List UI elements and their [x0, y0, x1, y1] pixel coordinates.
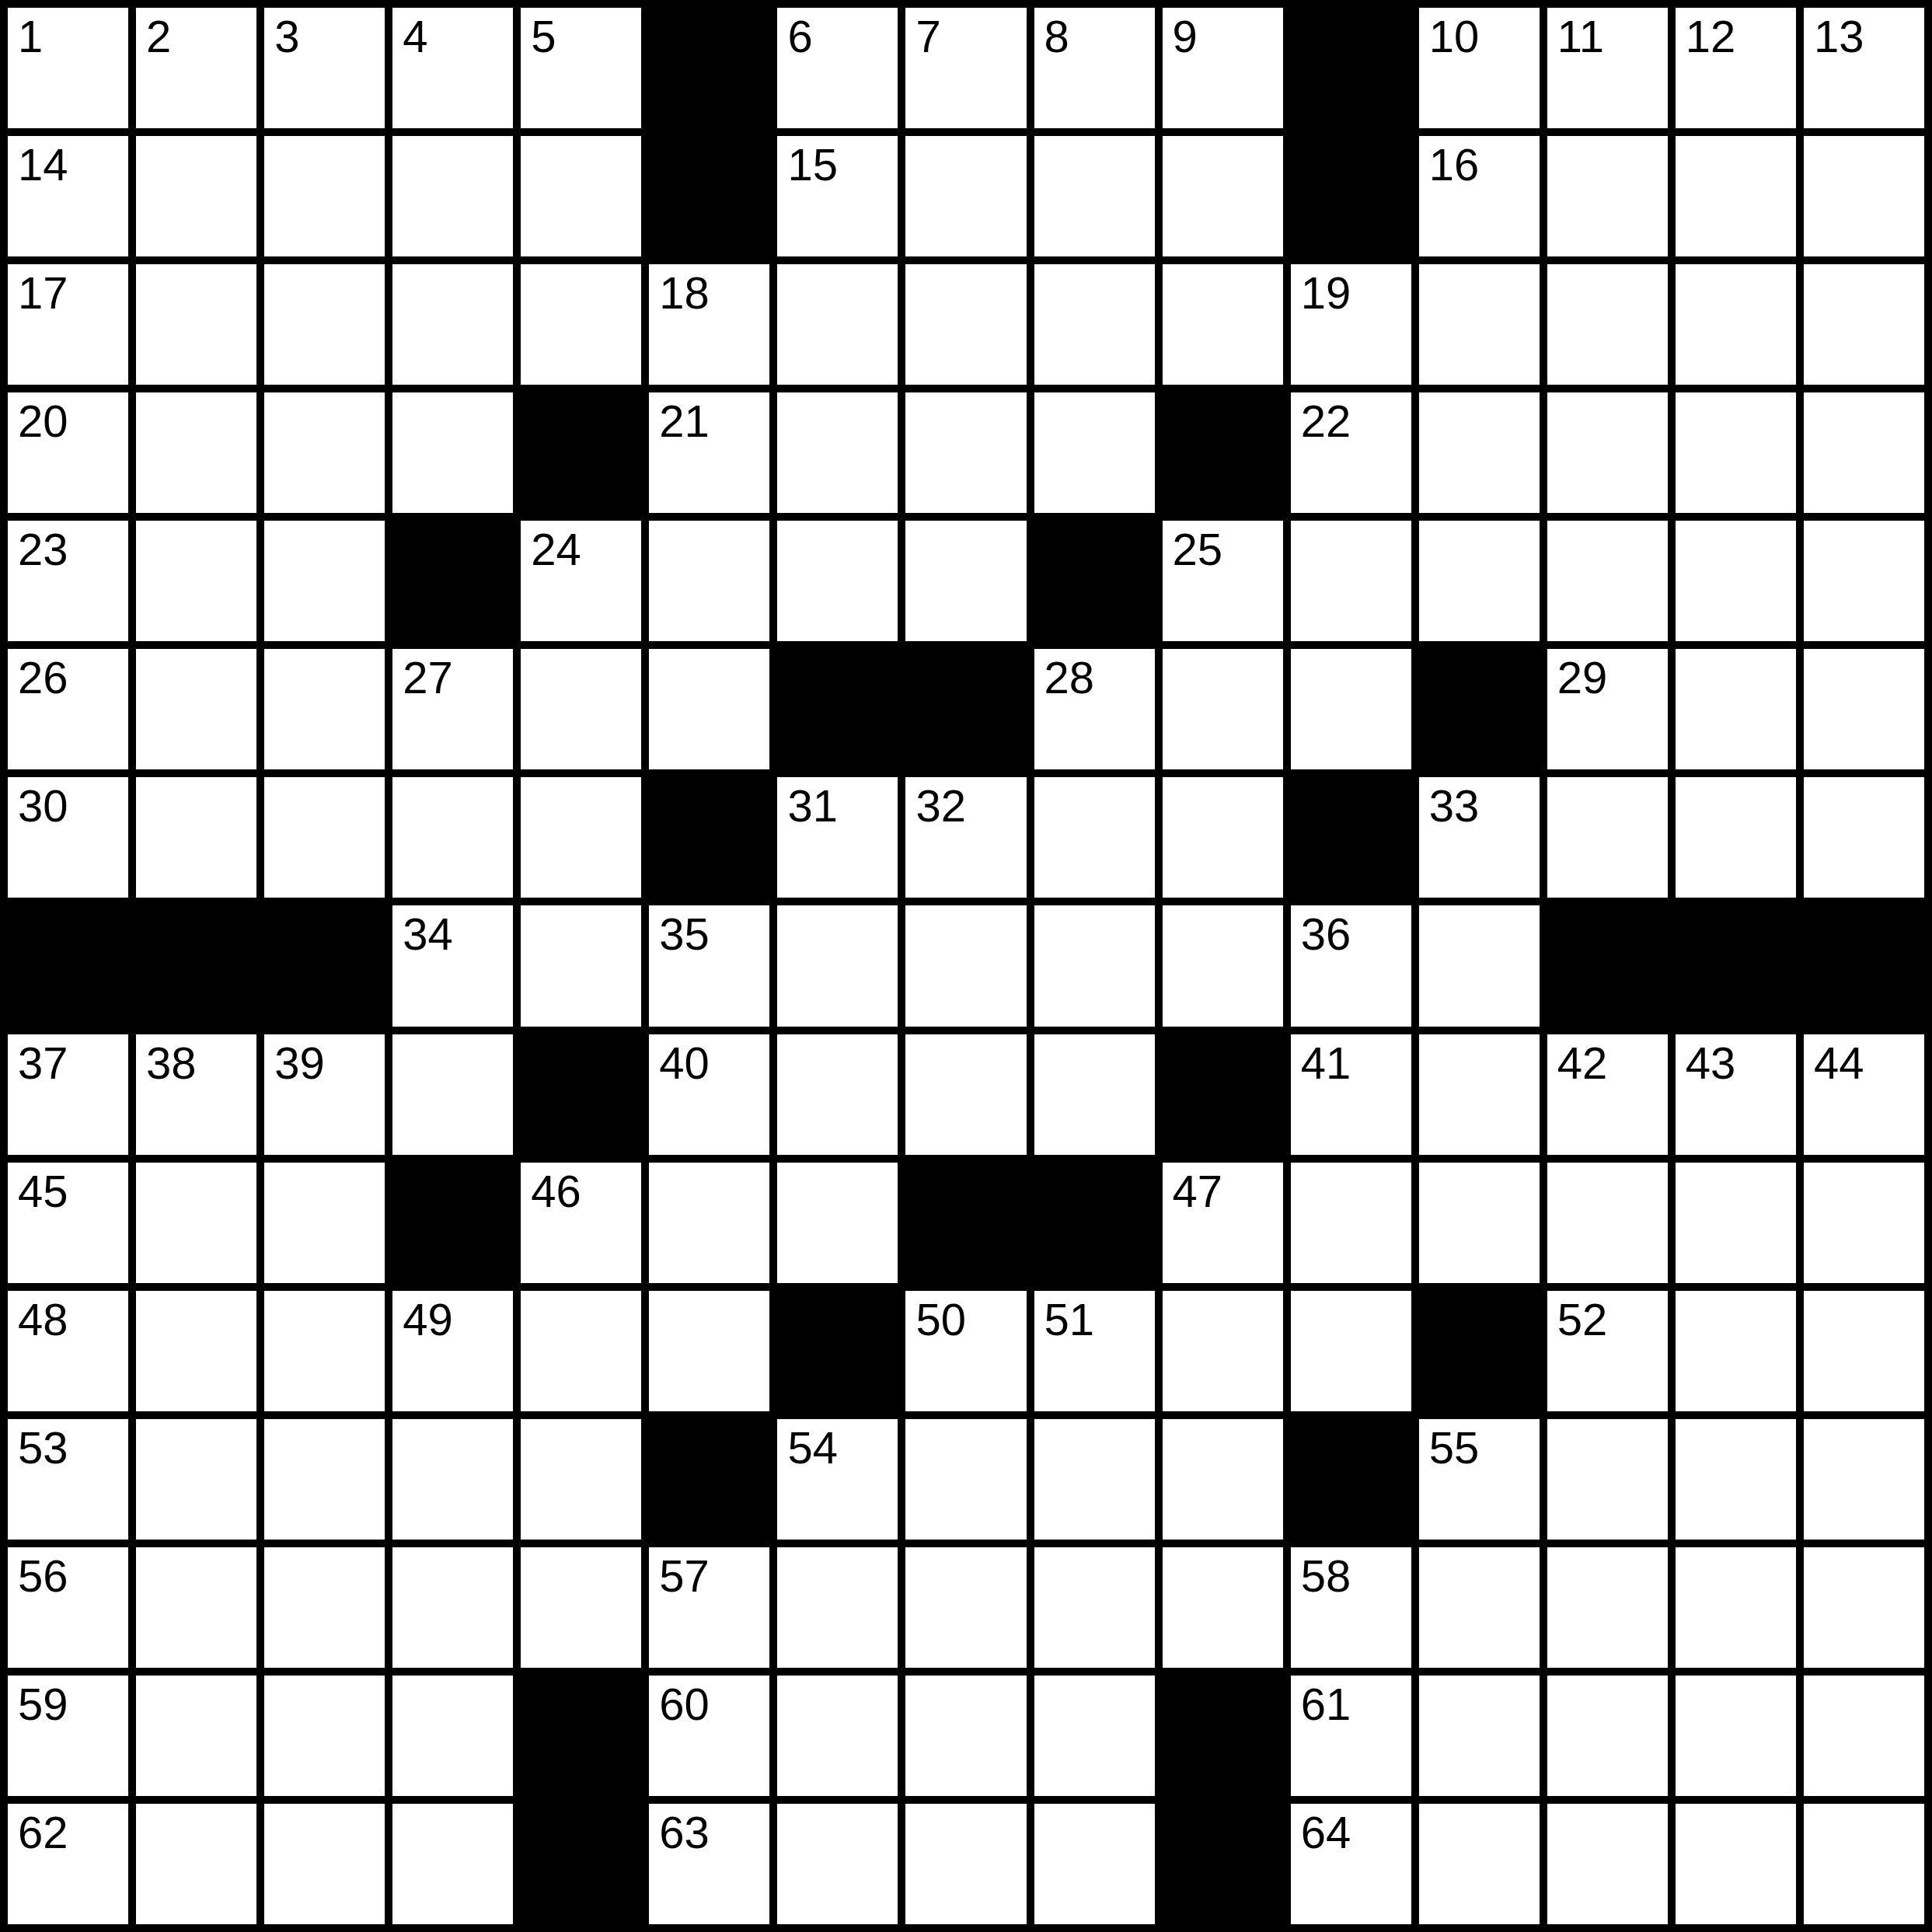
- clue-number-9: 9: [1173, 14, 1198, 59]
- cell-r8c10[interactable]: 41: [1291, 1034, 1411, 1155]
- clue-number-40: 40: [659, 1041, 710, 1086]
- black-square-r1c10: [1291, 136, 1411, 256]
- cell-r6c11[interactable]: 33: [1419, 777, 1540, 898]
- cell-r10c5[interactable]: [649, 1291, 769, 1411]
- clue-number-60: 60: [659, 1682, 710, 1727]
- cell-r13c7[interactable]: [905, 1676, 1026, 1796]
- clue-number-46: 46: [531, 1169, 581, 1214]
- cell-r14c6[interactable]: [777, 1804, 898, 1924]
- clue-number-8: 8: [1044, 14, 1069, 59]
- cell-r8c11[interactable]: [1419, 1034, 1540, 1155]
- cell-r5c4[interactable]: [521, 649, 641, 769]
- black-square-r5c7: [905, 649, 1026, 769]
- cell-r10c12[interactable]: 52: [1547, 1291, 1668, 1411]
- cell-r8c6[interactable]: [777, 1034, 898, 1155]
- cell-r1c11[interactable]: 16: [1419, 136, 1540, 256]
- clue-number-50: 50: [915, 1297, 966, 1342]
- cell-r5c2[interactable]: [264, 649, 385, 769]
- cell-r6c0[interactable]: 30: [8, 777, 128, 898]
- clue-number-31: 31: [787, 783, 838, 828]
- cell-r12c6[interactable]: [777, 1547, 898, 1668]
- cell-r2c10[interactable]: 19: [1291, 264, 1411, 385]
- black-square-r3c9: [1163, 392, 1283, 513]
- cell-r2c11[interactable]: [1419, 264, 1540, 385]
- cell-r5c10[interactable]: [1291, 649, 1411, 769]
- cell-r5c14[interactable]: [1804, 649, 1924, 769]
- cell-r11c13[interactable]: [1676, 1419, 1796, 1540]
- cell-r14c8[interactable]: [1034, 1804, 1155, 1924]
- cell-r0c6[interactable]: 6: [777, 8, 898, 128]
- cell-r7c10[interactable]: 36: [1291, 905, 1411, 1026]
- black-square-r7c0: [8, 905, 128, 1026]
- clue-number-30: 30: [18, 783, 68, 828]
- cell-r4c10[interactable]: [1291, 521, 1411, 641]
- black-square-r8c4: [521, 1034, 641, 1155]
- cell-r4c14[interactable]: [1804, 521, 1924, 641]
- cell-r5c3[interactable]: 27: [392, 649, 513, 769]
- black-square-r0c5: [649, 8, 769, 128]
- clue-number-11: 11: [1557, 14, 1604, 59]
- black-square-r7c13: [1676, 905, 1796, 1026]
- clue-number-44: 44: [1814, 1041, 1864, 1086]
- cell-r13c1[interactable]: [136, 1676, 256, 1796]
- cell-r2c1[interactable]: [136, 264, 256, 385]
- cell-r6c4[interactable]: [521, 777, 641, 898]
- clue-number-7: 7: [915, 14, 940, 59]
- cell-r9c0[interactable]: 45: [8, 1163, 128, 1283]
- cell-r1c13[interactable]: [1676, 136, 1796, 256]
- black-square-r11c10: [1291, 1419, 1411, 1540]
- clue-number-12: 12: [1686, 14, 1736, 59]
- cell-r11c6[interactable]: 54: [777, 1419, 898, 1540]
- clue-number-3: 3: [274, 14, 299, 59]
- cell-r10c7[interactable]: 50: [905, 1291, 1026, 1411]
- cell-r13c14[interactable]: [1804, 1676, 1924, 1796]
- cell-r3c11[interactable]: [1419, 392, 1540, 513]
- cell-r11c1[interactable]: [136, 1419, 256, 1540]
- cell-r11c2[interactable]: [264, 1419, 385, 1540]
- cell-r11c0[interactable]: 53: [8, 1419, 128, 1540]
- clue-number-1: 1: [18, 14, 43, 59]
- cell-r12c10[interactable]: 58: [1291, 1547, 1411, 1668]
- cell-r9c1[interactable]: [136, 1163, 256, 1283]
- cell-r14c5[interactable]: 63: [649, 1804, 769, 1924]
- clue-number-25: 25: [1173, 527, 1223, 572]
- black-square-r8c9: [1163, 1034, 1283, 1155]
- cell-r6c9[interactable]: [1163, 777, 1283, 898]
- clue-number-61: 61: [1301, 1682, 1351, 1727]
- cell-r13c5[interactable]: 60: [649, 1676, 769, 1796]
- cell-r14c7[interactable]: [905, 1804, 1026, 1924]
- black-square-r10c11: [1419, 1291, 1540, 1411]
- clue-number-4: 4: [403, 14, 427, 59]
- black-square-r13c9: [1163, 1676, 1283, 1796]
- clue-number-43: 43: [1686, 1041, 1736, 1086]
- black-square-r9c8: [1034, 1163, 1155, 1283]
- black-square-r14c4: [521, 1804, 641, 1924]
- clue-number-63: 63: [659, 1810, 710, 1855]
- cell-r12c1[interactable]: [136, 1547, 256, 1668]
- clue-number-2: 2: [146, 14, 171, 59]
- cell-r13c2[interactable]: [264, 1676, 385, 1796]
- black-square-r14c9: [1163, 1804, 1283, 1924]
- clue-number-22: 22: [1301, 399, 1351, 444]
- clue-number-62: 62: [18, 1810, 68, 1855]
- cell-r10c4[interactable]: [521, 1291, 641, 1411]
- cell-r12c5[interactable]: 57: [649, 1547, 769, 1668]
- cell-r0c11[interactable]: 10: [1419, 8, 1540, 128]
- cell-r5c13[interactable]: [1676, 649, 1796, 769]
- cell-r11c9[interactable]: [1163, 1419, 1283, 1540]
- cell-r10c3[interactable]: 49: [392, 1291, 513, 1411]
- cell-r2c0[interactable]: 17: [8, 264, 128, 385]
- clue-number-32: 32: [915, 783, 966, 828]
- clue-number-51: 51: [1044, 1297, 1095, 1342]
- clue-number-10: 10: [1429, 14, 1480, 59]
- cell-r13c3[interactable]: [392, 1676, 513, 1796]
- cell-r14c3[interactable]: [392, 1804, 513, 1924]
- clue-number-20: 20: [18, 399, 68, 444]
- cell-r11c3[interactable]: [392, 1419, 513, 1540]
- clue-number-34: 34: [403, 912, 453, 957]
- clue-number-18: 18: [659, 270, 710, 316]
- cell-r2c7[interactable]: [905, 264, 1026, 385]
- cell-r4c4[interactable]: 24: [521, 521, 641, 641]
- cell-r1c9[interactable]: [1163, 136, 1283, 256]
- cell-r5c12[interactable]: 29: [1547, 649, 1668, 769]
- clue-number-41: 41: [1301, 1041, 1351, 1086]
- cell-r4c6[interactable]: [777, 521, 898, 641]
- cell-r6c8[interactable]: [1034, 777, 1155, 898]
- black-square-r5c11: [1419, 649, 1540, 769]
- cell-r3c5[interactable]: 21: [649, 392, 769, 513]
- cell-r7c5[interactable]: 35: [649, 905, 769, 1026]
- clue-number-49: 49: [403, 1297, 453, 1342]
- cell-r8c7[interactable]: [905, 1034, 1026, 1155]
- clue-number-33: 33: [1429, 783, 1480, 828]
- cell-r4c7[interactable]: [905, 521, 1026, 641]
- cell-r8c2[interactable]: 39: [264, 1034, 385, 1155]
- cell-r4c5[interactable]: [649, 521, 769, 641]
- clue-number-57: 57: [659, 1554, 710, 1599]
- black-square-r9c3: [392, 1163, 513, 1283]
- cell-r9c9[interactable]: 47: [1163, 1163, 1283, 1283]
- cell-r0c4[interactable]: 5: [521, 8, 641, 128]
- cell-r12c7[interactable]: [905, 1547, 1026, 1668]
- cell-r1c14[interactable]: [1804, 136, 1924, 256]
- cell-r9c2[interactable]: [264, 1163, 385, 1283]
- cell-r14c1[interactable]: [136, 1804, 256, 1924]
- clue-number-59: 59: [18, 1682, 68, 1727]
- cell-r12c0[interactable]: 56: [8, 1547, 128, 1668]
- clue-number-13: 13: [1814, 14, 1864, 59]
- cell-r1c1[interactable]: [136, 136, 256, 256]
- cell-r12c12[interactable]: [1547, 1547, 1668, 1668]
- clue-number-56: 56: [18, 1554, 68, 1599]
- cell-r4c12[interactable]: [1547, 521, 1668, 641]
- cell-r13c10[interactable]: 61: [1291, 1676, 1411, 1796]
- cell-r14c12[interactable]: [1547, 1804, 1668, 1924]
- cell-r13c8[interactable]: [1034, 1676, 1155, 1796]
- black-square-r7c2: [264, 905, 385, 1026]
- clue-number-14: 14: [18, 142, 68, 187]
- cell-r5c1[interactable]: [136, 649, 256, 769]
- cell-r10c13[interactable]: [1676, 1291, 1796, 1411]
- cell-r2c3[interactable]: [392, 264, 513, 385]
- clue-number-21: 21: [659, 399, 710, 444]
- cell-r3c12[interactable]: [1547, 392, 1668, 513]
- cell-r8c13[interactable]: 43: [1676, 1034, 1796, 1155]
- cell-r7c6[interactable]: [777, 905, 898, 1026]
- cell-r3c10[interactable]: 22: [1291, 392, 1411, 513]
- cell-r2c8[interactable]: [1034, 264, 1155, 385]
- cell-r9c11[interactable]: [1419, 1163, 1540, 1283]
- cell-r11c7[interactable]: [905, 1419, 1026, 1540]
- black-square-r7c14: [1804, 905, 1924, 1026]
- cell-r7c3[interactable]: 34: [392, 905, 513, 1026]
- cell-r3c7[interactable]: [905, 392, 1026, 513]
- cell-r11c11[interactable]: 55: [1419, 1419, 1540, 1540]
- cell-r6c14[interactable]: [1804, 777, 1924, 898]
- cell-r2c12[interactable]: [1547, 264, 1668, 385]
- cell-r12c4[interactable]: [521, 1547, 641, 1668]
- cell-r4c13[interactable]: [1676, 521, 1796, 641]
- cell-r8c1[interactable]: 38: [136, 1034, 256, 1155]
- cell-r12c13[interactable]: [1676, 1547, 1796, 1668]
- cell-r0c9[interactable]: 9: [1163, 8, 1283, 128]
- cell-r6c7[interactable]: 32: [905, 777, 1026, 898]
- cell-r0c13[interactable]: 12: [1676, 8, 1796, 128]
- cell-r6c13[interactable]: [1676, 777, 1796, 898]
- cell-r13c0[interactable]: 59: [8, 1676, 128, 1796]
- cell-r12c3[interactable]: [392, 1547, 513, 1668]
- cell-r2c6[interactable]: [777, 264, 898, 385]
- black-square-r11c5: [649, 1419, 769, 1540]
- cell-r9c14[interactable]: [1804, 1163, 1924, 1283]
- cell-r7c4[interactable]: [521, 905, 641, 1026]
- cell-r0c0[interactable]: 1: [8, 8, 128, 128]
- cell-r12c8[interactable]: [1034, 1547, 1155, 1668]
- cell-r12c14[interactable]: [1804, 1547, 1924, 1668]
- cell-r0c7[interactable]: 7: [905, 8, 1026, 128]
- cell-r10c0[interactable]: 48: [8, 1291, 128, 1411]
- cell-r1c4[interactable]: [521, 136, 641, 256]
- clue-number-39: 39: [274, 1041, 325, 1086]
- cell-r7c8[interactable]: [1034, 905, 1155, 1026]
- cell-r1c7[interactable]: [905, 136, 1026, 256]
- black-square-r5c6: [777, 649, 898, 769]
- cell-r5c8[interactable]: 28: [1034, 649, 1155, 769]
- cell-r1c6[interactable]: 15: [777, 136, 898, 256]
- black-square-r7c12: [1547, 905, 1668, 1026]
- cell-r8c8[interactable]: [1034, 1034, 1155, 1155]
- cell-r14c11[interactable]: [1419, 1804, 1540, 1924]
- clue-number-29: 29: [1557, 655, 1608, 700]
- cell-r6c1[interactable]: [136, 777, 256, 898]
- clue-number-15: 15: [787, 142, 838, 187]
- clue-number-37: 37: [18, 1041, 68, 1086]
- cell-r10c10[interactable]: [1291, 1291, 1411, 1411]
- clue-number-54: 54: [787, 1425, 838, 1470]
- cell-r6c2[interactable]: [264, 777, 385, 898]
- clue-number-53: 53: [18, 1425, 68, 1470]
- black-square-r7c1: [136, 905, 256, 1026]
- clue-number-47: 47: [1173, 1169, 1223, 1214]
- cell-r2c4[interactable]: [521, 264, 641, 385]
- cell-r2c13[interactable]: [1676, 264, 1796, 385]
- cell-r14c0[interactable]: 62: [8, 1804, 128, 1924]
- black-square-r10c6: [777, 1291, 898, 1411]
- black-square-r4c3: [392, 521, 513, 641]
- clue-number-52: 52: [1557, 1297, 1608, 1342]
- cell-r9c4[interactable]: 46: [521, 1163, 641, 1283]
- cell-r10c2[interactable]: [264, 1291, 385, 1411]
- cell-r3c2[interactable]: [264, 392, 385, 513]
- cell-r7c11[interactable]: [1419, 905, 1540, 1026]
- black-square-r13c4: [521, 1676, 641, 1796]
- crossword-grid: 1234567891011121314151617181920212223242…: [0, 0, 1932, 1932]
- cell-r3c13[interactable]: [1676, 392, 1796, 513]
- cell-r6c12[interactable]: [1547, 777, 1668, 898]
- cell-r11c12[interactable]: [1547, 1419, 1668, 1540]
- cell-r12c11[interactable]: [1419, 1547, 1540, 1668]
- black-square-r1c5: [649, 136, 769, 256]
- cell-r9c13[interactable]: [1676, 1163, 1796, 1283]
- cell-r6c3[interactable]: [392, 777, 513, 898]
- cell-r2c5[interactable]: 18: [649, 264, 769, 385]
- cell-r4c2[interactable]: [264, 521, 385, 641]
- clue-number-58: 58: [1301, 1554, 1351, 1599]
- cell-r7c9[interactable]: [1163, 905, 1283, 1026]
- cell-r2c9[interactable]: [1163, 264, 1283, 385]
- black-square-r6c10: [1291, 777, 1411, 898]
- cell-r4c1[interactable]: [136, 521, 256, 641]
- cell-r1c0[interactable]: 14: [8, 136, 128, 256]
- cell-r5c0[interactable]: 26: [8, 649, 128, 769]
- cell-r6c6[interactable]: 31: [777, 777, 898, 898]
- cell-r5c9[interactable]: [1163, 649, 1283, 769]
- cell-r8c5[interactable]: 40: [649, 1034, 769, 1155]
- clue-number-55: 55: [1429, 1425, 1480, 1470]
- cell-r3c6[interactable]: [777, 392, 898, 513]
- clue-number-26: 26: [18, 655, 68, 700]
- cell-r11c4[interactable]: [521, 1419, 641, 1540]
- cell-r2c2[interactable]: [264, 264, 385, 385]
- cell-r4c9[interactable]: 25: [1163, 521, 1283, 641]
- clue-number-19: 19: [1301, 270, 1351, 316]
- cell-r8c0[interactable]: 37: [8, 1034, 128, 1155]
- clue-number-6: 6: [787, 14, 812, 59]
- clue-number-16: 16: [1429, 142, 1480, 187]
- black-square-r0c10: [1291, 8, 1411, 128]
- clue-number-42: 42: [1557, 1041, 1608, 1086]
- cell-r3c1[interactable]: [136, 392, 256, 513]
- clue-number-27: 27: [403, 655, 453, 700]
- cell-r14c13[interactable]: [1676, 1804, 1796, 1924]
- cell-r11c14[interactable]: [1804, 1419, 1924, 1540]
- black-square-r4c8: [1034, 521, 1155, 641]
- cell-r1c12[interactable]: [1547, 136, 1668, 256]
- clue-number-23: 23: [18, 527, 68, 572]
- cell-r13c13[interactable]: [1676, 1676, 1796, 1796]
- cell-r0c14[interactable]: 13: [1804, 8, 1924, 128]
- cell-r4c11[interactable]: [1419, 521, 1540, 641]
- black-square-r9c7: [905, 1163, 1026, 1283]
- cell-r10c8[interactable]: 51: [1034, 1291, 1155, 1411]
- clue-number-45: 45: [18, 1169, 68, 1214]
- cell-r3c0[interactable]: 20: [8, 392, 128, 513]
- cell-r3c14[interactable]: [1804, 392, 1924, 513]
- cell-r13c6[interactable]: [777, 1676, 898, 1796]
- clue-number-24: 24: [531, 527, 581, 572]
- clue-number-38: 38: [146, 1041, 197, 1086]
- cell-r10c1[interactable]: [136, 1291, 256, 1411]
- cell-r14c10[interactable]: 64: [1291, 1804, 1411, 1924]
- clue-number-48: 48: [18, 1297, 68, 1342]
- cell-r9c12[interactable]: [1547, 1163, 1668, 1283]
- cell-r9c6[interactable]: [777, 1163, 898, 1283]
- cell-r14c14[interactable]: [1804, 1804, 1924, 1924]
- cell-r0c3[interactable]: 4: [392, 8, 513, 128]
- clue-number-64: 64: [1301, 1810, 1351, 1855]
- cell-r1c3[interactable]: [392, 136, 513, 256]
- cell-r14c2[interactable]: [264, 1804, 385, 1924]
- cell-r3c3[interactable]: [392, 392, 513, 513]
- cell-r0c12[interactable]: 11: [1547, 8, 1668, 128]
- cell-r0c2[interactable]: 3: [264, 8, 385, 128]
- clue-number-35: 35: [659, 912, 710, 957]
- cell-r0c1[interactable]: 2: [136, 8, 256, 128]
- cell-r9c5[interactable]: [649, 1163, 769, 1283]
- cell-r2c14[interactable]: [1804, 264, 1924, 385]
- cell-r0c8[interactable]: 8: [1034, 8, 1155, 128]
- cell-r11c8[interactable]: [1034, 1419, 1155, 1540]
- cell-r3c8[interactable]: [1034, 392, 1155, 513]
- cell-r1c8[interactable]: [1034, 136, 1155, 256]
- clue-number-5: 5: [531, 14, 556, 59]
- cell-r1c2[interactable]: [264, 136, 385, 256]
- cell-r8c12[interactable]: 42: [1547, 1034, 1668, 1155]
- cell-r8c14[interactable]: 44: [1804, 1034, 1924, 1155]
- clue-number-28: 28: [1044, 655, 1095, 700]
- cell-r4c0[interactable]: 23: [8, 521, 128, 641]
- cell-r12c9[interactable]: [1163, 1547, 1283, 1668]
- cell-r10c9[interactable]: [1163, 1291, 1283, 1411]
- black-square-r6c5: [649, 777, 769, 898]
- clue-number-36: 36: [1301, 912, 1351, 957]
- black-square-r3c4: [521, 392, 641, 513]
- cell-r10c14[interactable]: [1804, 1291, 1924, 1411]
- cell-r13c11[interactable]: [1419, 1676, 1540, 1796]
- cell-r9c10[interactable]: [1291, 1163, 1411, 1283]
- cell-r13c12[interactable]: [1547, 1676, 1668, 1796]
- cell-r7c7[interactable]: [905, 905, 1026, 1026]
- cell-r12c2[interactable]: [264, 1547, 385, 1668]
- cell-r5c5[interactable]: [649, 649, 769, 769]
- clue-number-17: 17: [18, 270, 68, 316]
- cell-r8c3[interactable]: [392, 1034, 513, 1155]
